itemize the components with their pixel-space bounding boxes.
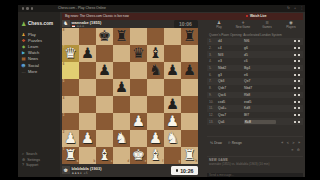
square-a5[interactable]: 5 <box>62 79 79 96</box>
resign-button[interactable]: ⚐ Resign <box>228 141 242 145</box>
file-label: g <box>178 160 180 163</box>
square-g5[interactable] <box>164 79 181 96</box>
square-c5[interactable] <box>96 79 113 96</box>
piece-black-pawn[interactable]: ♟ <box>113 79 130 96</box>
square-h1[interactable]: h♜ <box>181 147 198 164</box>
news-icon: ▤ <box>21 56 26 61</box>
file-label: b <box>93 160 95 163</box>
white-move[interactable]: Nf3 <box>218 53 244 57</box>
move-markers <box>294 114 300 116</box>
square-e7[interactable]: ♛ <box>130 45 147 62</box>
black-move[interactable]: Bg4 <box>244 66 274 70</box>
move-row-7: 7.Qb3Qe7 <box>207 78 303 85</box>
square-g2[interactable]: ♞ <box>164 130 181 147</box>
square-c2[interactable] <box>96 130 113 147</box>
rank-label: 2 <box>63 131 65 134</box>
square-a8[interactable]: 8 <box>62 28 79 45</box>
black-move[interactable]: Qe7 <box>244 79 274 83</box>
file-label: a <box>77 160 79 163</box>
piece-black-pawn[interactable]: ♟ <box>96 62 113 79</box>
square-f6[interactable]: ♞ <box>147 62 164 79</box>
square-d6[interactable] <box>113 62 130 79</box>
square-h4[interactable] <box>181 96 198 113</box>
move-row-2: 2.c4g6 <box>207 45 303 52</box>
square-h6[interactable]: ♟ <box>181 62 198 79</box>
move-markers <box>294 74 300 76</box>
square-d2[interactable]: ♞ <box>113 130 130 147</box>
move-list: 1.d4Nf62.c4g63.Nf3d54.e3c65.Nbd2Bg46.g3e… <box>207 38 303 125</box>
move-markers <box>294 54 300 56</box>
white-move[interactable]: Qxc6 <box>218 93 244 97</box>
square-b7[interactable]: ♟ <box>79 45 96 62</box>
square-b2[interactable]: ♟ <box>79 130 96 147</box>
rank-label: 1 <box>63 148 65 151</box>
black-move[interactable]: c6 <box>244 59 274 63</box>
piece-black-king[interactable]: ♚ <box>96 28 113 45</box>
black-move[interactable]: Nbd7 <box>244 86 274 90</box>
white-move[interactable]: Qb3 <box>218 79 244 83</box>
chat-placeholder: Send a message... <box>209 173 234 177</box>
divider <box>207 136 303 137</box>
move-markers <box>294 121 300 123</box>
piece-black-rook[interactable]: ♜ <box>113 28 130 45</box>
window-zoom-button[interactable] <box>31 7 33 9</box>
black-move[interactable]: Bf7 <box>244 113 274 117</box>
move-row-13: 13.Qa6Kc8 <box>207 118 303 125</box>
square-e2[interactable] <box>130 130 147 147</box>
rank-label: 7 <box>63 46 65 49</box>
square-f8[interactable] <box>147 28 164 45</box>
move-row-1: 1.d4Nf6 <box>207 38 303 45</box>
square-b1[interactable]: b <box>79 147 96 164</box>
square-d5[interactable]: ♟ <box>113 79 130 96</box>
piece-black-pawn[interactable]: ♟ <box>164 62 181 79</box>
white-move[interactable]: Qxb7 <box>218 86 244 90</box>
square-g8[interactable] <box>164 28 181 45</box>
white-move[interactable]: d4 <box>218 39 244 43</box>
banner-live-label: Watch Live <box>250 14 267 18</box>
chat-input[interactable]: Send a message... <box>207 173 303 178</box>
square-f4[interactable] <box>147 96 164 113</box>
square-h5[interactable] <box>181 79 198 96</box>
draw-button[interactable]: ½ Draw <box>210 141 222 145</box>
sidebar-footer-support[interactable]: ?Support <box>22 163 38 169</box>
square-d4[interactable] <box>113 96 130 113</box>
chat-game-line: wannabe (1855) vs. blablabla (1903) (10 … <box>209 163 301 167</box>
draw-label: Draw <box>214 141 221 145</box>
piece-black-pawn[interactable]: ♟ <box>181 62 198 79</box>
piece-black-pawn[interactable]: ♟ <box>164 96 181 113</box>
menu-lines-icon[interactable]: ≡ <box>291 148 293 154</box>
square-h3[interactable] <box>181 113 198 130</box>
browser-tab-title: Chess.com - Play Chess Online <box>58 6 106 10</box>
rank-label: 6 <box>63 63 65 66</box>
chesscom-logo[interactable]: ♟ Chess.com <box>21 19 53 27</box>
screenshot-stage: Chess.com - Play Chess Online ↻ + ⋮ ♟ Ch… <box>0 0 320 180</box>
bottom-player-avatar[interactable]: ♚ <box>62 166 70 174</box>
square-h2[interactable] <box>181 130 198 147</box>
square-f7[interactable]: ♝ <box>147 45 164 62</box>
square-f1[interactable]: f♝ <box>147 147 164 164</box>
square-b3[interactable] <box>79 113 96 130</box>
white-move[interactable]: g3 <box>218 73 244 77</box>
black-move[interactable]: Kc8 <box>244 120 276 124</box>
square-g7[interactable] <box>164 45 181 62</box>
white-clock: 10:26 <box>171 166 198 176</box>
divider <box>207 156 303 157</box>
white-move[interactable]: Qa6 <box>218 120 244 124</box>
square-d7[interactable] <box>113 45 130 62</box>
square-e8[interactable] <box>130 28 147 45</box>
rank-label: 3 <box>63 114 65 117</box>
black-move[interactable]: Rb8 <box>244 93 274 97</box>
square-b6[interactable] <box>79 62 96 79</box>
square-h7[interactable] <box>181 45 198 62</box>
move-row-4: 4.e3c6 <box>207 58 303 65</box>
square-e1[interactable]: e♚ <box>130 147 147 164</box>
black-move[interactable]: Kd8 <box>244 106 274 110</box>
window-minimize-button[interactable] <box>26 7 28 9</box>
move-row-9: 9.Qxc6Rb8 <box>207 92 303 99</box>
square-e6[interactable] <box>130 62 147 79</box>
file-label: c <box>111 160 113 163</box>
clock-timer-icon <box>176 169 179 172</box>
square-e5[interactable] <box>130 79 147 96</box>
move-markers <box>294 67 300 69</box>
white-move[interactable]: e3 <box>218 59 244 63</box>
square-a2[interactable]: 2♟ <box>62 130 79 147</box>
move-markers <box>294 80 300 82</box>
resign-label: Resign <box>232 141 242 145</box>
logo-pawn-icon: ♟ <box>21 20 26 27</box>
black-move[interactable]: d5 <box>244 53 274 57</box>
square-g4[interactable]: ♟ <box>164 96 181 113</box>
play-icon: ♟ <box>21 32 26 37</box>
top-player-bar: ♞ wannabe (1855) ♙♙♙ 10:06 <box>62 20 198 28</box>
square-a1[interactable]: 1a♜ <box>62 147 79 164</box>
move-row-10: 10.cxd5exd5 <box>207 98 303 105</box>
move-markers <box>294 40 300 42</box>
sidebar-item-more[interactable]: …More <box>21 68 58 74</box>
black-clock: 10:06 <box>174 20 198 28</box>
square-c4[interactable] <box>96 96 113 113</box>
piece-black-rook[interactable]: ♜ <box>181 28 198 45</box>
square-c8[interactable]: ♚ <box>96 28 113 45</box>
top-player-flag-icon <box>72 25 75 27</box>
file-label: f <box>162 160 163 163</box>
menu-icon[interactable]: ⋮ <box>300 6 304 10</box>
white-move[interactable]: c4 <box>218 46 244 50</box>
watch-icon: ▶ <box>21 50 26 55</box>
file-label: d <box>127 160 129 163</box>
resign-flag-icon: ⚐ <box>228 141 231 145</box>
sidebar-footer-settings[interactable]: ⚙Settings <box>22 157 40 163</box>
more-icon: … <box>21 69 26 74</box>
piece-white-queen[interactable]: ♛ <box>62 45 79 62</box>
square-d3[interactable] <box>113 113 130 130</box>
square-f5[interactable] <box>147 79 164 96</box>
panel-extra-controls: ≡ ⚙ <box>207 148 300 154</box>
square-f3[interactable] <box>147 113 164 130</box>
tab-players[interactable]: ◉Players <box>279 20 303 31</box>
square-c7[interactable] <box>96 45 113 62</box>
move-markers <box>294 87 300 89</box>
move-markers <box>294 47 300 49</box>
new-tab-icon[interactable]: + <box>294 6 296 10</box>
square-d8[interactable]: ♜ <box>113 28 130 45</box>
bottom-player-captured-pieces: ♟♟♞♝ +5 <box>72 172 88 175</box>
settings-gear-icon[interactable]: ⚙ <box>297 148 300 154</box>
sidebar-footer-search[interactable]: ⌕Search <box>22 151 37 157</box>
move-markers <box>294 101 300 103</box>
square-c1[interactable]: c♝ <box>96 147 113 164</box>
black-move[interactable]: exd5 <box>244 100 274 104</box>
move-row-8: 8.Qxb7Nbd7 <box>207 85 303 92</box>
piece-white-knight[interactable]: ♞ <box>113 130 130 147</box>
square-d1[interactable]: d <box>113 147 130 164</box>
opening-name: Queen's Pawn Opening: Accelerated London… <box>209 33 282 37</box>
white-move[interactable]: Nbd2 <box>218 66 244 70</box>
white-move[interactable]: Qxa7 <box>218 113 244 117</box>
square-a4[interactable]: 4 <box>62 96 79 113</box>
piece-black-pawn[interactable]: ♟ <box>79 45 96 62</box>
square-h8[interactable]: ♜ <box>181 28 198 45</box>
square-c3[interactable] <box>96 113 113 130</box>
piece-black-bishop[interactable]: ♝ <box>147 45 164 62</box>
square-e3[interactable]: ♟ <box>130 113 147 130</box>
tab-new-game[interactable]: +New Game <box>231 20 255 31</box>
piece-black-queen[interactable]: ♛ <box>130 45 147 62</box>
nav-back-button[interactable]: < <box>287 141 289 145</box>
file-label: h <box>195 160 197 163</box>
puzzles-icon: ❖ <box>21 38 26 43</box>
window-close-button[interactable] <box>22 7 24 9</box>
square-b8[interactable] <box>79 28 96 45</box>
square-a7[interactable]: 7♛ <box>62 45 79 62</box>
piece-white-knight[interactable]: ♞ <box>164 130 181 147</box>
chess-board: 8♚♜♜7♛♟♛♝6♟♞♟♟5♟4♟3♟♟2♟♟♞♟♞1a♜bc♝de♚f♝gh… <box>62 28 198 164</box>
rank-label: 4 <box>63 97 65 100</box>
rank-label: 8 <box>63 29 65 32</box>
move-row-6: 6.g3e6 <box>207 71 303 78</box>
square-a6[interactable]: 6 <box>62 62 79 79</box>
square-a3[interactable]: 3 <box>62 113 79 130</box>
piece-white-pawn[interactable]: ♟ <box>147 130 164 147</box>
white-clock-time: 10:26 <box>180 168 193 174</box>
move-markers <box>294 60 300 62</box>
window-titlebar: Chess.com - Play Chess Online ↻ + ⋮ <box>18 5 305 12</box>
square-f2[interactable]: ♟ <box>147 130 164 147</box>
draw-icon: ½ <box>210 141 213 145</box>
white-move[interactable]: Qa6+ <box>218 106 244 110</box>
tab-play[interactable]: ♟Play <box>207 20 231 31</box>
move-markers <box>294 107 300 109</box>
white-move[interactable]: cxd5 <box>218 100 244 104</box>
move-row-12: 12.Qxa7Bf7 <box>207 112 303 119</box>
game-panel: ♟Play+New Game≡Games◉Players Queen's Paw… <box>207 20 303 177</box>
move-nav-controls: «<>» <box>281 141 300 145</box>
piece-white-pawn[interactable]: ♟ <box>130 113 147 130</box>
square-g3[interactable]: ♟ <box>164 113 181 130</box>
square-g6[interactable]: ♟ <box>164 62 181 79</box>
top-player-avatar[interactable]: ♞ <box>62 20 70 28</box>
nav-forward-button[interactable]: > <box>292 141 294 145</box>
piece-white-pawn[interactable]: ♟ <box>79 130 96 147</box>
bottom-player-bar: ♚ blablabla (1903) ♟♟♞♝ +5 10:26 <box>62 166 198 174</box>
piece-white-pawn[interactable]: ♟ <box>164 113 181 130</box>
move-row-5: 5.Nbd2Bg4 <box>207 65 303 72</box>
nav-first-button[interactable]: « <box>281 141 283 145</box>
square-c6[interactable]: ♟ <box>96 62 113 79</box>
black-move[interactable]: e6 <box>244 73 274 77</box>
learn-icon: ◆ <box>21 44 26 49</box>
banner-text: Big news: The Chess.com Classic is live … <box>65 14 129 18</box>
square-g1[interactable]: g <box>164 147 181 164</box>
file-label: e <box>145 160 147 163</box>
piece-white-pawn[interactable]: ♟ <box>62 130 79 147</box>
black-move[interactable]: Nf6 <box>244 39 274 43</box>
logo-wordmark: Chess.com <box>28 21 53 26</box>
rank-label: 5 <box>63 80 65 83</box>
reload-icon[interactable]: ↻ <box>287 6 290 10</box>
square-b5[interactable] <box>79 79 96 96</box>
game-controls: ½ Draw ⚐ Resign «<>» <box>207 138 303 147</box>
live-dot-icon <box>246 15 248 17</box>
piece-black-knight[interactable]: ♞ <box>147 62 164 79</box>
black-move[interactable]: g6 <box>244 46 274 50</box>
social-icon: ☻ <box>21 63 26 68</box>
tab-games[interactable]: ≡Games <box>255 20 279 31</box>
move-markers <box>294 94 300 96</box>
square-e4[interactable] <box>130 96 147 113</box>
move-row-3: 3.Nf3d5 <box>207 51 303 58</box>
nav-last-button[interactable]: » <box>298 141 300 145</box>
announcement-banner[interactable]: Big news: The Chess.com Classic is live … <box>62 13 303 20</box>
square-b4[interactable] <box>79 96 96 113</box>
move-row-11: 11.Qa6+Kd8 <box>207 105 303 112</box>
